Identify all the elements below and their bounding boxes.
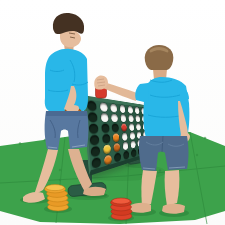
left-boy-hair [53,13,84,34]
right-boy-left-sleeve [178,85,190,102]
left-boy-shirt [45,49,88,112]
product-photo-connect-four [0,0,225,225]
right-boy-left-foot [129,203,151,213]
right-boy-raised-arm [102,83,137,101]
figures-layer [0,0,225,225]
right-boy-right-sleeve [135,83,149,103]
left-boy-rear-leg [68,149,92,192]
yellow-disc-stack [45,185,69,211]
left-boy [23,13,106,203]
red-disc-stack [111,198,133,220]
right-boy-right-foot [162,204,185,214]
right-boy [94,45,190,214]
right-boy-shorts [139,136,189,171]
left-boy-front-foot [23,192,45,203]
right-boy-left-leg [141,170,157,206]
right-boy-right-leg [165,170,180,206]
left-boy-shorts [45,111,89,150]
